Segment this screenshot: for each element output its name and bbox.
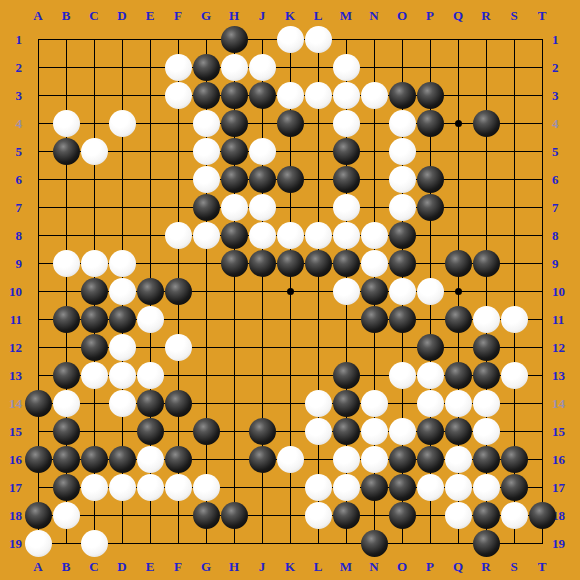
col-label-J-top: J xyxy=(248,9,276,22)
white-stone-D17 xyxy=(109,474,136,501)
intersection-N2[interactable] xyxy=(360,53,388,81)
intersection-J14[interactable] xyxy=(248,389,276,417)
intersection-K13[interactable] xyxy=(276,361,304,389)
intersection-A3[interactable] xyxy=(24,81,52,109)
intersection-A9[interactable] xyxy=(24,249,52,277)
black-stone-G3 xyxy=(193,82,220,109)
black-stone-G7 xyxy=(193,194,220,221)
black-stone-D16 xyxy=(109,446,136,473)
intersection-A1[interactable] xyxy=(24,25,52,53)
white-stone-B9 xyxy=(53,250,80,277)
col-label-S-top: S xyxy=(500,9,528,22)
intersection-G9[interactable] xyxy=(192,249,220,277)
intersection-P8[interactable] xyxy=(416,221,444,249)
intersection-P18[interactable] xyxy=(416,501,444,529)
intersection-C14[interactable] xyxy=(80,389,108,417)
black-stone-C16 xyxy=(81,446,108,473)
white-stone-K16 xyxy=(277,446,304,473)
col-label-D-top: D xyxy=(108,9,136,22)
white-stone-F3 xyxy=(165,82,192,109)
intersection-P19[interactable] xyxy=(416,529,444,557)
intersection-N7[interactable] xyxy=(360,193,388,221)
intersection-S7[interactable] xyxy=(500,193,528,221)
intersection-B2[interactable] xyxy=(52,53,80,81)
intersection-N12[interactable] xyxy=(360,333,388,361)
intersection-P1[interactable] xyxy=(416,25,444,53)
intersection-S14[interactable] xyxy=(500,389,528,417)
intersection-R7[interactable] xyxy=(472,193,500,221)
intersection-K18[interactable] xyxy=(276,501,304,529)
intersection-C8[interactable] xyxy=(80,221,108,249)
intersection-Q10[interactable] xyxy=(444,277,472,305)
intersection-J17[interactable] xyxy=(248,473,276,501)
intersection-G11[interactable] xyxy=(192,305,220,333)
black-stone-L9 xyxy=(305,250,332,277)
intersection-O1[interactable] xyxy=(388,25,416,53)
intersection-T5[interactable] xyxy=(528,137,556,165)
intersection-L10[interactable] xyxy=(304,277,332,305)
intersection-N4[interactable] xyxy=(360,109,388,137)
intersection-E1[interactable] xyxy=(136,25,164,53)
intersection-D5[interactable] xyxy=(108,137,136,165)
intersection-E5[interactable] xyxy=(136,137,164,165)
intersection-Q6[interactable] xyxy=(444,165,472,193)
white-stone-O13 xyxy=(389,362,416,389)
white-stone-M17 xyxy=(333,474,360,501)
col-label-O-bottom: O xyxy=(388,560,416,573)
black-stone-Q15 xyxy=(445,418,472,445)
white-stone-M8 xyxy=(333,222,360,249)
intersection-F9[interactable] xyxy=(164,249,192,277)
intersection-H14[interactable] xyxy=(220,389,248,417)
intersection-D19[interactable] xyxy=(108,529,136,557)
intersection-F7[interactable] xyxy=(164,193,192,221)
intersection-O19[interactable] xyxy=(388,529,416,557)
intersection-M19[interactable] xyxy=(332,529,360,557)
white-stone-O15 xyxy=(389,418,416,445)
black-stone-B11 xyxy=(53,306,80,333)
intersection-T1[interactable] xyxy=(528,25,556,53)
intersection-A15[interactable] xyxy=(24,417,52,445)
black-stone-H9 xyxy=(221,250,248,277)
intersection-N5[interactable] xyxy=(360,137,388,165)
row-label-18-left: 18 xyxy=(0,509,22,522)
col-label-C-top: C xyxy=(80,9,108,22)
white-stone-S13 xyxy=(501,362,528,389)
row-label-12-left: 12 xyxy=(0,341,22,354)
intersection-R3[interactable] xyxy=(472,81,500,109)
black-stone-E14 xyxy=(137,390,164,417)
intersection-E7[interactable] xyxy=(136,193,164,221)
intersection-O2[interactable] xyxy=(388,53,416,81)
black-stone-O16 xyxy=(389,446,416,473)
intersection-H10[interactable] xyxy=(220,277,248,305)
intersection-S19[interactable] xyxy=(500,529,528,557)
intersection-M1[interactable] xyxy=(332,25,360,53)
intersection-T4[interactable] xyxy=(528,109,556,137)
intersection-R10[interactable] xyxy=(472,277,500,305)
col-label-A-top: A xyxy=(24,9,52,22)
intersection-S8[interactable] xyxy=(500,221,528,249)
white-stone-L17 xyxy=(305,474,332,501)
intersection-Q7[interactable] xyxy=(444,193,472,221)
intersection-Q19[interactable] xyxy=(444,529,472,557)
col-label-H-bottom: H xyxy=(220,560,248,573)
black-stone-J16 xyxy=(249,446,276,473)
intersection-J13[interactable] xyxy=(248,361,276,389)
intersection-G19[interactable] xyxy=(192,529,220,557)
black-stone-G18 xyxy=(193,502,220,529)
col-label-R-top: R xyxy=(472,9,500,22)
intersection-N13[interactable] xyxy=(360,361,388,389)
intersection-K11[interactable] xyxy=(276,305,304,333)
black-stone-J6 xyxy=(249,166,276,193)
white-stone-G8 xyxy=(193,222,220,249)
intersection-E8[interactable] xyxy=(136,221,164,249)
intersection-F6[interactable] xyxy=(164,165,192,193)
intersection-N1[interactable] xyxy=(360,25,388,53)
white-stone-J8 xyxy=(249,222,276,249)
intersection-F15[interactable] xyxy=(164,417,192,445)
intersection-H12[interactable] xyxy=(220,333,248,361)
white-stone-C19 xyxy=(81,530,108,557)
white-stone-G17 xyxy=(193,474,220,501)
col-label-L-top: L xyxy=(304,9,332,22)
intersection-E9[interactable] xyxy=(136,249,164,277)
intersection-O14[interactable] xyxy=(388,389,416,417)
white-stone-K1 xyxy=(277,26,304,53)
intersection-A10[interactable] xyxy=(24,277,52,305)
col-label-N-top: N xyxy=(360,9,388,22)
intersection-L19[interactable] xyxy=(304,529,332,557)
intersection-T14[interactable] xyxy=(528,389,556,417)
intersection-E19[interactable] xyxy=(136,529,164,557)
intersection-A2[interactable] xyxy=(24,53,52,81)
intersection-S3[interactable] xyxy=(500,81,528,109)
intersection-F19[interactable] xyxy=(164,529,192,557)
black-stone-A18 xyxy=(25,502,52,529)
intersection-E2[interactable] xyxy=(136,53,164,81)
intersection-H19[interactable] xyxy=(220,529,248,557)
white-stone-K3 xyxy=(277,82,304,109)
intersection-R1[interactable] xyxy=(472,25,500,53)
intersection-Q4[interactable] xyxy=(444,109,472,137)
intersection-C1[interactable] xyxy=(80,25,108,53)
intersection-J1[interactable] xyxy=(248,25,276,53)
intersection-D7[interactable] xyxy=(108,193,136,221)
intersection-E4[interactable] xyxy=(136,109,164,137)
intersection-G16[interactable] xyxy=(192,445,220,473)
intersection-T13[interactable] xyxy=(528,361,556,389)
intersection-T8[interactable] xyxy=(528,221,556,249)
white-stone-P13 xyxy=(417,362,444,389)
intersection-T17[interactable] xyxy=(528,473,556,501)
intersection-A7[interactable] xyxy=(24,193,52,221)
intersection-F5[interactable] xyxy=(164,137,192,165)
intersection-P9[interactable] xyxy=(416,249,444,277)
white-stone-S11 xyxy=(501,306,528,333)
intersection-O12[interactable] xyxy=(388,333,416,361)
intersection-A6[interactable] xyxy=(24,165,52,193)
intersection-K12[interactable] xyxy=(276,333,304,361)
intersection-A13[interactable] xyxy=(24,361,52,389)
col-label-G-bottom: G xyxy=(192,560,220,573)
intersection-Q12[interactable] xyxy=(444,333,472,361)
intersection-D15[interactable] xyxy=(108,417,136,445)
black-stone-M15 xyxy=(333,418,360,445)
white-stone-J7 xyxy=(249,194,276,221)
black-stone-N19 xyxy=(361,530,388,557)
intersection-J11[interactable] xyxy=(248,305,276,333)
black-stone-R9 xyxy=(473,250,500,277)
intersection-L6[interactable] xyxy=(304,165,332,193)
col-label-M-top: M xyxy=(332,9,360,22)
intersection-T16[interactable] xyxy=(528,445,556,473)
intersection-D18[interactable] xyxy=(108,501,136,529)
row-label-13-left: 13 xyxy=(0,369,22,382)
black-stone-R16 xyxy=(473,446,500,473)
intersection-Q3[interactable] xyxy=(444,81,472,109)
white-stone-M7 xyxy=(333,194,360,221)
white-stone-R11 xyxy=(473,306,500,333)
intersection-A12[interactable] xyxy=(24,333,52,361)
intersection-R5[interactable] xyxy=(472,137,500,165)
white-stone-H2 xyxy=(221,54,248,81)
white-stone-H7 xyxy=(221,194,248,221)
black-stone-C11 xyxy=(81,306,108,333)
col-label-Q-top: Q xyxy=(444,9,472,22)
white-stone-P10 xyxy=(417,278,444,305)
intersection-R2[interactable] xyxy=(472,53,500,81)
intersection-D2[interactable] xyxy=(108,53,136,81)
black-stone-Q9 xyxy=(445,250,472,277)
black-stone-E10 xyxy=(137,278,164,305)
intersection-B3[interactable] xyxy=(52,81,80,109)
black-stone-M14 xyxy=(333,390,360,417)
intersection-S2[interactable] xyxy=(500,53,528,81)
white-stone-O7 xyxy=(389,194,416,221)
intersection-C3[interactable] xyxy=(80,81,108,109)
intersection-C2[interactable] xyxy=(80,53,108,81)
black-stone-C12 xyxy=(81,334,108,361)
intersection-L11[interactable] xyxy=(304,305,332,333)
col-label-A-bottom: A xyxy=(24,560,52,573)
white-stone-M4 xyxy=(333,110,360,137)
white-stone-F12 xyxy=(165,334,192,361)
intersection-L7[interactable] xyxy=(304,193,332,221)
intersection-J4[interactable] xyxy=(248,109,276,137)
intersection-K19[interactable] xyxy=(276,529,304,557)
intersection-B12[interactable] xyxy=(52,333,80,361)
black-stone-P15 xyxy=(417,418,444,445)
intersection-K7[interactable] xyxy=(276,193,304,221)
intersection-A11[interactable] xyxy=(24,305,52,333)
intersection-S12[interactable] xyxy=(500,333,528,361)
intersection-F18[interactable] xyxy=(164,501,192,529)
intersection-R6[interactable] xyxy=(472,165,500,193)
intersection-K17[interactable] xyxy=(276,473,304,501)
col-label-J-bottom: J xyxy=(248,560,276,573)
intersection-E3[interactable] xyxy=(136,81,164,109)
intersection-D1[interactable] xyxy=(108,25,136,53)
intersection-C7[interactable] xyxy=(80,193,108,221)
intersection-A17[interactable] xyxy=(24,473,52,501)
intersection-L13[interactable] xyxy=(304,361,332,389)
intersection-K2[interactable] xyxy=(276,53,304,81)
black-stone-R13 xyxy=(473,362,500,389)
intersection-C6[interactable] xyxy=(80,165,108,193)
white-stone-E16 xyxy=(137,446,164,473)
white-stone-P14 xyxy=(417,390,444,417)
intersection-Q5[interactable] xyxy=(444,137,472,165)
intersection-D6[interactable] xyxy=(108,165,136,193)
row-label-3-left: 3 xyxy=(0,89,22,102)
col-label-E-top: E xyxy=(136,9,164,22)
intersection-M12[interactable] xyxy=(332,333,360,361)
intersection-F11[interactable] xyxy=(164,305,192,333)
intersection-S15[interactable] xyxy=(500,417,528,445)
white-stone-S18 xyxy=(501,502,528,529)
intersection-E12[interactable] xyxy=(136,333,164,361)
intersection-S4[interactable] xyxy=(500,109,528,137)
intersection-J10[interactable] xyxy=(248,277,276,305)
intersection-T6[interactable] xyxy=(528,165,556,193)
intersection-M11[interactable] xyxy=(332,305,360,333)
intersection-K5[interactable] xyxy=(276,137,304,165)
intersection-L16[interactable] xyxy=(304,445,332,473)
intersection-J19[interactable] xyxy=(248,529,276,557)
intersection-S5[interactable] xyxy=(500,137,528,165)
intersection-B7[interactable] xyxy=(52,193,80,221)
intersection-P11[interactable] xyxy=(416,305,444,333)
white-stone-C17 xyxy=(81,474,108,501)
intersection-T2[interactable] xyxy=(528,53,556,81)
intersection-P2[interactable] xyxy=(416,53,444,81)
col-label-C-bottom: C xyxy=(80,560,108,573)
white-stone-E13 xyxy=(137,362,164,389)
intersection-N6[interactable] xyxy=(360,165,388,193)
intersection-S6[interactable] xyxy=(500,165,528,193)
intersection-H11[interactable] xyxy=(220,305,248,333)
white-stone-G6 xyxy=(193,166,220,193)
row-label-17-left: 17 xyxy=(0,481,22,494)
intersection-K14[interactable] xyxy=(276,389,304,417)
intersection-C18[interactable] xyxy=(80,501,108,529)
intersection-Q1[interactable] xyxy=(444,25,472,53)
intersection-B6[interactable] xyxy=(52,165,80,193)
intersection-G14[interactable] xyxy=(192,389,220,417)
intersection-S10[interactable] xyxy=(500,277,528,305)
white-stone-N16 xyxy=(361,446,388,473)
intersection-G10[interactable] xyxy=(192,277,220,305)
white-stone-R15 xyxy=(473,418,500,445)
intersection-L2[interactable] xyxy=(304,53,332,81)
intersection-G1[interactable] xyxy=(192,25,220,53)
black-stone-P4 xyxy=(417,110,444,137)
intersection-T15[interactable] xyxy=(528,417,556,445)
col-label-M-bottom: M xyxy=(332,560,360,573)
row-label-1-left: 1 xyxy=(0,33,22,46)
intersection-H16[interactable] xyxy=(220,445,248,473)
intersection-A8[interactable] xyxy=(24,221,52,249)
intersection-L5[interactable] xyxy=(304,137,332,165)
black-stone-D11 xyxy=(109,306,136,333)
intersection-T7[interactable] xyxy=(528,193,556,221)
intersection-C4[interactable] xyxy=(80,109,108,137)
black-stone-F14 xyxy=(165,390,192,417)
intersection-T11[interactable] xyxy=(528,305,556,333)
intersection-L4[interactable] xyxy=(304,109,332,137)
intersection-T10[interactable] xyxy=(528,277,556,305)
black-stone-F10 xyxy=(165,278,192,305)
intersection-P5[interactable] xyxy=(416,137,444,165)
intersection-E6[interactable] xyxy=(136,165,164,193)
intersection-J18[interactable] xyxy=(248,501,276,529)
black-stone-B15 xyxy=(53,418,80,445)
col-label-E-bottom: E xyxy=(136,560,164,573)
intersection-D8[interactable] xyxy=(108,221,136,249)
intersection-A5[interactable] xyxy=(24,137,52,165)
intersection-B8[interactable] xyxy=(52,221,80,249)
intersection-T3[interactable] xyxy=(528,81,556,109)
intersection-H13[interactable] xyxy=(220,361,248,389)
intersection-F4[interactable] xyxy=(164,109,192,137)
intersection-N18[interactable] xyxy=(360,501,388,529)
row-label-10-left: 10 xyxy=(0,285,22,298)
intersection-A4[interactable] xyxy=(24,109,52,137)
intersection-B19[interactable] xyxy=(52,529,80,557)
intersection-F13[interactable] xyxy=(164,361,192,389)
intersection-H17[interactable] xyxy=(220,473,248,501)
white-stone-D4 xyxy=(109,110,136,137)
intersection-H15[interactable] xyxy=(220,417,248,445)
intersection-S9[interactable] xyxy=(500,249,528,277)
intersection-J12[interactable] xyxy=(248,333,276,361)
intersection-B1[interactable] xyxy=(52,25,80,53)
intersection-E18[interactable] xyxy=(136,501,164,529)
intersection-L12[interactable] xyxy=(304,333,332,361)
intersection-F1[interactable] xyxy=(164,25,192,53)
intersection-T12[interactable] xyxy=(528,333,556,361)
intersection-Q8[interactable] xyxy=(444,221,472,249)
black-stone-N10 xyxy=(361,278,388,305)
white-stone-D14 xyxy=(109,390,136,417)
intersection-K15[interactable] xyxy=(276,417,304,445)
black-stone-B17 xyxy=(53,474,80,501)
black-stone-O18 xyxy=(389,502,416,529)
intersection-T9[interactable] xyxy=(528,249,556,277)
intersection-B10[interactable] xyxy=(52,277,80,305)
col-label-O-top: O xyxy=(388,9,416,22)
intersection-G13[interactable] xyxy=(192,361,220,389)
white-stone-C13 xyxy=(81,362,108,389)
black-stone-M9 xyxy=(333,250,360,277)
intersection-K10[interactable] xyxy=(276,277,304,305)
intersection-S1[interactable] xyxy=(500,25,528,53)
intersection-T19[interactable] xyxy=(528,529,556,557)
white-stone-F2 xyxy=(165,54,192,81)
intersection-D3[interactable] xyxy=(108,81,136,109)
black-stone-G2 xyxy=(193,54,220,81)
intersection-Q2[interactable] xyxy=(444,53,472,81)
intersection-R8[interactable] xyxy=(472,221,500,249)
black-stone-A16 xyxy=(25,446,52,473)
white-stone-J5 xyxy=(249,138,276,165)
white-stone-M3 xyxy=(333,82,360,109)
intersection-C15[interactable] xyxy=(80,417,108,445)
intersection-G12[interactable] xyxy=(192,333,220,361)
white-stone-O6 xyxy=(389,166,416,193)
